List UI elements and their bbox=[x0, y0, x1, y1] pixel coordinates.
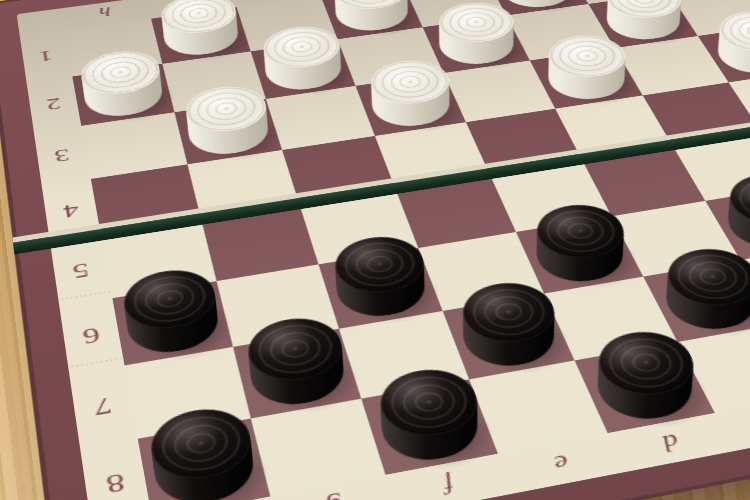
white-man-g1[interactable] bbox=[159, 11, 243, 59]
white-man-e3[interactable] bbox=[364, 78, 457, 131]
black-man-f8[interactable] bbox=[372, 387, 487, 467]
white-man-g3[interactable] bbox=[183, 104, 273, 159]
black-man-h8[interactable] bbox=[148, 426, 259, 500]
photo-scene: 1122334455667788hhggffeeddccbbaa········… bbox=[0, 0, 750, 500]
black-man-e7[interactable] bbox=[453, 300, 564, 372]
black-man-h6[interactable] bbox=[122, 288, 223, 359]
black-man-f6[interactable] bbox=[328, 254, 432, 322]
white-man-f2[interactable] bbox=[259, 44, 347, 94]
white-man-e1[interactable] bbox=[329, 0, 415, 35]
board: 1122334455667788hhggffeeddccbbaa········… bbox=[0, 0, 750, 500]
black-man-g7[interactable] bbox=[243, 336, 351, 411]
